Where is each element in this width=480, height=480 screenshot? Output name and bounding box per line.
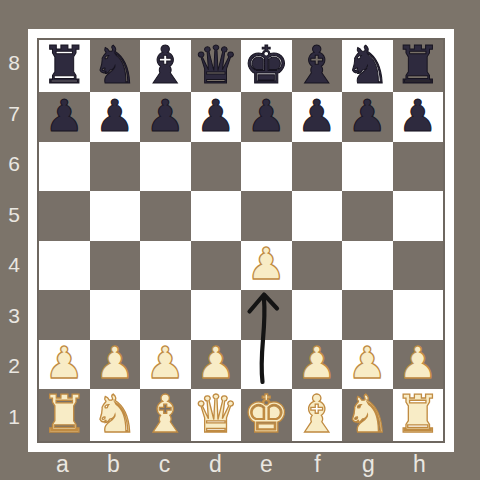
square-b4[interactable]	[90, 241, 141, 291]
rank-label-7: 7	[0, 89, 28, 140]
piece-bP-f7[interactable]: ♟	[297, 94, 336, 138]
piece-wP-e4[interactable]: ♟	[247, 242, 286, 286]
square-b7[interactable]: ♟	[90, 92, 141, 142]
square-h3[interactable]	[393, 290, 444, 340]
square-b2[interactable]: ♟	[90, 340, 141, 390]
board-grid: ♜♞♝♛♚♝♞♜♟♟♟♟♟♟♟♟♟♟♟♟♟♟♟♟♜♞♝♛♚♝♞♜	[37, 38, 445, 443]
square-c7[interactable]: ♟	[140, 92, 191, 142]
square-d1[interactable]: ♛	[191, 389, 242, 441]
square-a6[interactable]	[39, 142, 90, 192]
square-g1[interactable]: ♞	[342, 389, 393, 441]
file-label-e: e	[241, 450, 292, 478]
piece-bP-a7[interactable]: ♟	[45, 94, 84, 138]
square-g6[interactable]	[342, 142, 393, 192]
piece-wP-d2[interactable]: ♟	[196, 341, 235, 385]
file-label-f: f	[292, 450, 343, 478]
square-a3[interactable]	[39, 290, 90, 340]
square-c2[interactable]: ♟	[140, 340, 191, 390]
piece-bN-g8[interactable]: ♞	[344, 39, 391, 91]
square-c5[interactable]	[140, 191, 191, 241]
rank-label-3: 3	[0, 291, 28, 342]
square-b6[interactable]	[90, 142, 141, 192]
square-g5[interactable]	[342, 191, 393, 241]
square-f3[interactable]	[292, 290, 343, 340]
square-g2[interactable]: ♟	[342, 340, 393, 390]
square-c3[interactable]	[140, 290, 191, 340]
square-b3[interactable]	[90, 290, 141, 340]
rank-label-8: 8	[0, 38, 28, 89]
square-h5[interactable]	[393, 191, 444, 241]
piece-bQ-d8[interactable]: ♛	[192, 39, 239, 91]
piece-wB-c1[interactable]: ♝	[142, 388, 189, 440]
square-e8[interactable]: ♚	[241, 40, 292, 92]
square-d4[interactable]	[191, 241, 242, 291]
square-e1[interactable]: ♚	[241, 389, 292, 441]
file-labels: abcdefgh	[37, 450, 445, 478]
piece-bP-e7[interactable]: ♟	[247, 94, 286, 138]
square-h7[interactable]: ♟	[393, 92, 444, 142]
square-a4[interactable]	[39, 241, 90, 291]
square-d2[interactable]: ♟	[191, 340, 242, 390]
square-e6[interactable]	[241, 142, 292, 192]
piece-bP-c7[interactable]: ♟	[146, 94, 185, 138]
square-a7[interactable]: ♟	[39, 92, 90, 142]
square-g4[interactable]	[342, 241, 393, 291]
square-a8[interactable]: ♜	[39, 40, 90, 92]
rank-labels: 87654321	[0, 38, 28, 442]
piece-wP-h2[interactable]: ♟	[398, 341, 437, 385]
piece-wR-h1[interactable]: ♜	[394, 388, 441, 440]
square-c1[interactable]: ♝	[140, 389, 191, 441]
rank-label-4: 4	[0, 240, 28, 291]
piece-wP-b2[interactable]: ♟	[95, 341, 134, 385]
square-a5[interactable]	[39, 191, 90, 241]
square-b5[interactable]	[90, 191, 141, 241]
square-d7[interactable]: ♟	[191, 92, 242, 142]
piece-bB-c8[interactable]: ♝	[142, 39, 189, 91]
square-f1[interactable]: ♝	[292, 389, 343, 441]
square-d8[interactable]: ♛	[191, 40, 242, 92]
square-f6[interactable]	[292, 142, 343, 192]
square-h1[interactable]: ♜	[393, 389, 444, 441]
square-c6[interactable]	[140, 142, 191, 192]
piece-bP-g7[interactable]: ♟	[348, 94, 387, 138]
piece-wP-g2[interactable]: ♟	[348, 341, 387, 385]
chess-diagram: 87654321 ♜♞♝♛♚♝♞♜♟♟♟♟♟♟♟♟♟♟♟♟♟♟♟♟♜♞♝♛♚♝♞…	[0, 0, 480, 480]
square-g8[interactable]: ♞	[342, 40, 393, 92]
file-label-c: c	[139, 450, 190, 478]
square-f5[interactable]	[292, 191, 343, 241]
file-label-g: g	[343, 450, 394, 478]
piece-bK-e8[interactable]: ♚	[243, 39, 290, 91]
board-frame: ♜♞♝♛♚♝♞♜♟♟♟♟♟♟♟♟♟♟♟♟♟♟♟♟♜♞♝♛♚♝♞♜	[28, 29, 454, 452]
piece-wN-b1[interactable]: ♞	[91, 388, 138, 440]
square-c4[interactable]	[140, 241, 191, 291]
square-b8[interactable]: ♞	[90, 40, 141, 92]
file-label-h: h	[394, 450, 445, 478]
square-h4[interactable]	[393, 241, 444, 291]
square-e2[interactable]	[241, 340, 292, 390]
square-h2[interactable]: ♟	[393, 340, 444, 390]
square-f4[interactable]	[292, 241, 343, 291]
piece-wQ-d1[interactable]: ♛	[192, 388, 239, 440]
piece-wP-c2[interactable]: ♟	[146, 341, 185, 385]
piece-bP-h7[interactable]: ♟	[398, 94, 437, 138]
square-b1[interactable]: ♞	[90, 389, 141, 441]
square-f8[interactable]: ♝	[292, 40, 343, 92]
square-a2[interactable]: ♟	[39, 340, 90, 390]
piece-wP-f2[interactable]: ♟	[297, 341, 336, 385]
piece-wK-e1[interactable]: ♚	[243, 388, 290, 440]
square-f2[interactable]: ♟	[292, 340, 343, 390]
piece-bN-b8[interactable]: ♞	[91, 39, 138, 91]
rank-label-1: 1	[0, 392, 28, 443]
square-d5[interactable]	[191, 191, 242, 241]
square-g7[interactable]: ♟	[342, 92, 393, 142]
square-h8[interactable]: ♜	[393, 40, 444, 92]
square-d3[interactable]	[191, 290, 242, 340]
piece-bR-h8[interactable]: ♜	[394, 39, 441, 91]
rank-label-5: 5	[0, 190, 28, 241]
file-label-b: b	[88, 450, 139, 478]
piece-wB-f1[interactable]: ♝	[293, 388, 340, 440]
piece-wN-g1[interactable]: ♞	[344, 388, 391, 440]
piece-bB-f8[interactable]: ♝	[293, 39, 340, 91]
file-label-d: d	[190, 450, 241, 478]
square-e5[interactable]	[241, 191, 292, 241]
rank-label-2: 2	[0, 341, 28, 392]
square-d6[interactable]	[191, 142, 242, 192]
piece-bP-b7[interactable]: ♟	[95, 94, 134, 138]
file-label-a: a	[37, 450, 88, 478]
square-f7[interactable]: ♟	[292, 92, 343, 142]
piece-wR-a1[interactable]: ♜	[41, 388, 88, 440]
square-g3[interactable]	[342, 290, 393, 340]
square-h6[interactable]	[393, 142, 444, 192]
square-e7[interactable]: ♟	[241, 92, 292, 142]
square-c8[interactable]: ♝	[140, 40, 191, 92]
square-e3[interactable]	[241, 290, 292, 340]
square-e4[interactable]: ♟	[241, 241, 292, 291]
square-a1[interactable]: ♜	[39, 389, 90, 441]
piece-wP-a2[interactable]: ♟	[45, 341, 84, 385]
piece-bP-d7[interactable]: ♟	[196, 94, 235, 138]
rank-label-6: 6	[0, 139, 28, 190]
piece-bR-a8[interactable]: ♜	[41, 39, 88, 91]
